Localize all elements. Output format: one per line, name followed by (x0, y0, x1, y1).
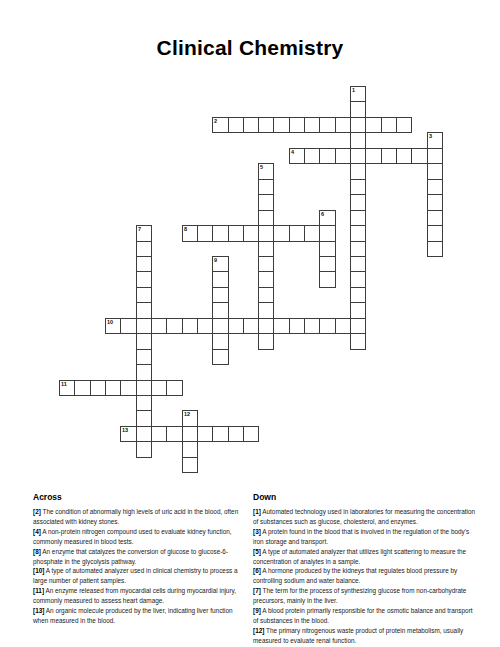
clue-number: [7] (253, 587, 261, 594)
grid-cell[interactable] (319, 271, 336, 288)
grid-cell[interactable] (319, 256, 336, 272)
cell-number: 3 (429, 133, 432, 139)
grid-cell[interactable] (381, 148, 397, 164)
grid-cell[interactable] (335, 117, 351, 133)
cell-number: 7 (138, 226, 141, 232)
grid-cell[interactable]: 9 (212, 256, 229, 272)
puzzle-title: Clinical Chemistry (0, 36, 500, 60)
grid-cell[interactable] (350, 132, 366, 149)
clue-item: [1] Automated technology used in laborat… (253, 507, 479, 527)
clue-item: [12] The primary nitrogenous waste produ… (253, 626, 479, 646)
grid-cell[interactable] (151, 426, 167, 442)
cell-number: 6 (321, 211, 324, 217)
grid-cell[interactable] (350, 163, 366, 180)
grid-cell[interactable] (212, 271, 229, 288)
clue-text: An enzyme released from myocardial cells… (33, 587, 236, 604)
grid-cell[interactable] (136, 426, 152, 442)
grid-cell[interactable] (136, 380, 152, 396)
grid-cell[interactable] (319, 148, 336, 164)
grid-cell[interactable] (136, 395, 152, 411)
grid-cell[interactable] (350, 302, 366, 319)
grid-cell[interactable]: 3 (427, 132, 443, 149)
clue-number: [5] (253, 548, 261, 555)
clue-item: [2] The condition of abnormally high lev… (33, 507, 249, 527)
grid-cell[interactable] (258, 318, 274, 334)
clue-item: [4] A non-protein nitrogen compound used… (33, 527, 249, 547)
grid-cell[interactable] (258, 287, 274, 303)
down-header: Down (253, 492, 479, 502)
grid-cell[interactable] (427, 225, 443, 242)
grid-cell[interactable]: 2 (212, 117, 229, 133)
grid-cell[interactable] (350, 194, 366, 211)
grid-cell[interactable] (304, 148, 320, 164)
grid-cell[interactable] (136, 302, 152, 319)
grid-cell[interactable] (182, 318, 198, 334)
grid-cell[interactable] (427, 241, 443, 257)
grid-cell[interactable]: 8 (182, 225, 198, 242)
grid-cell[interactable] (243, 225, 259, 242)
clue-item: [13] An organic molecule produced by the… (33, 606, 249, 626)
grid-cell[interactable] (74, 380, 91, 396)
grid-cell[interactable] (427, 148, 443, 164)
clue-text: The primary nitrogenous waste product of… (253, 627, 463, 644)
across-header: Across (33, 492, 249, 502)
clue-number: [4] (33, 528, 41, 535)
grid-cell[interactable] (258, 117, 274, 133)
grid-cell[interactable] (335, 318, 351, 334)
grid-cell[interactable] (212, 287, 229, 303)
grid-cell[interactable] (427, 163, 443, 180)
grid-cell[interactable] (396, 148, 412, 164)
clue-item: [5] A type of automated analyzer that ut… (253, 547, 479, 567)
grid-cell[interactable] (258, 179, 274, 195)
down-clue-list: [1] Automated technology used in laborat… (253, 507, 479, 646)
grid-cell[interactable] (427, 210, 443, 226)
clue-item: [9] A blood protein primarily responsibl… (253, 606, 479, 626)
grid-cell[interactable] (289, 117, 305, 133)
clue-item: [8] An enzyme that catalyzes the convers… (33, 547, 249, 567)
clue-text: A non-protein nitrogen compound used to … (33, 528, 232, 545)
grid-cell[interactable] (350, 225, 366, 242)
grid-cell[interactable] (228, 225, 244, 242)
cell-number: 5 (260, 164, 263, 170)
grid-cell[interactable] (120, 318, 137, 334)
cell-number: 12 (184, 411, 190, 417)
clue-number: [1] (253, 508, 261, 515)
grid-cell[interactable] (212, 349, 229, 365)
clue-item: [6] A hormone produced by the kidneys th… (253, 566, 479, 586)
grid-cell[interactable] (350, 287, 366, 303)
clue-number: [10] (33, 567, 44, 574)
clue-text: An organic molecule produced by the live… (33, 607, 233, 624)
clue-text: The condition of abnormally high levels … (33, 508, 238, 525)
grid-cell[interactable] (136, 271, 152, 288)
grid-cell[interactable] (289, 225, 305, 242)
grid-cell[interactable] (350, 179, 366, 195)
grid-cell[interactable] (273, 117, 290, 133)
grid-cell[interactable] (182, 457, 198, 473)
clue-text: A type of automated analyzer used in cli… (33, 567, 238, 584)
grid-cell[interactable] (258, 271, 274, 288)
grid-cell[interactable] (243, 318, 259, 334)
grid-cell[interactable] (136, 241, 152, 257)
grid-cell[interactable]: 5 (258, 163, 274, 180)
grid-cell[interactable] (335, 148, 351, 164)
grid-cell[interactable]: 1 (350, 86, 366, 102)
grid-cell[interactable] (258, 225, 274, 242)
grid-cell[interactable] (136, 441, 152, 458)
grid-cell[interactable] (258, 194, 274, 211)
grid-cell[interactable] (212, 426, 229, 442)
clue-item: [10] A type of automated analyzer used i… (33, 566, 249, 586)
cell-number: 13 (122, 427, 128, 433)
cell-number: 10 (107, 319, 113, 325)
grid-cell[interactable] (136, 349, 152, 365)
grid-cell[interactable] (151, 318, 167, 334)
grid-cell[interactable] (166, 318, 183, 334)
grid-cell[interactable]: 12 (182, 410, 198, 427)
grid-cell[interactable] (228, 318, 244, 334)
cell-number: 11 (61, 381, 67, 387)
cell-number: 8 (184, 226, 187, 232)
cell-number: 9 (214, 257, 217, 263)
down-clues-section: Down [1] Automated technology used in la… (253, 492, 479, 646)
grid-cell[interactable]: 6 (319, 210, 336, 226)
grid-cell[interactable] (151, 380, 167, 396)
grid-cell[interactable] (350, 271, 366, 288)
grid-cell[interactable] (365, 117, 382, 133)
grid-cell[interactable] (136, 333, 152, 350)
grid-cell[interactable] (136, 287, 152, 303)
across-clues-section: Across [2] The condition of abnormally h… (33, 492, 249, 626)
grid-cell[interactable] (273, 225, 290, 242)
cell-number: 1 (352, 87, 355, 93)
grid-cell[interactable] (243, 117, 259, 133)
grid-cell[interactable] (381, 117, 397, 133)
clue-number: [6] (253, 567, 261, 574)
grid-cell[interactable] (350, 148, 366, 164)
grid-cell[interactable] (120, 380, 137, 396)
clue-number: [12] (253, 627, 264, 634)
grid-cell[interactable] (182, 441, 198, 458)
grid-cell[interactable] (212, 302, 229, 319)
clue-number: [8] (33, 548, 41, 555)
grid-cell[interactable] (197, 225, 213, 242)
cell-number: 2 (214, 118, 217, 124)
clue-text: Automated technology used in laboratorie… (253, 508, 475, 525)
grid-cell[interactable] (319, 225, 336, 242)
grid-cell[interactable] (258, 333, 274, 350)
across-clue-list: [2] The condition of abnormally high lev… (33, 507, 249, 626)
grid-cell[interactable] (258, 210, 274, 226)
clue-number: [11] (33, 587, 44, 594)
grid-cell[interactable] (396, 117, 412, 133)
clue-number: [9] (253, 607, 261, 614)
grid-cell[interactable] (350, 241, 366, 257)
grid-cell[interactable] (228, 426, 244, 442)
grid-cell[interactable] (350, 101, 366, 118)
grid-cell[interactable] (350, 318, 366, 334)
grid-cell[interactable] (243, 426, 259, 442)
grid-cell[interactable] (350, 210, 366, 226)
grid-cell[interactable] (258, 302, 274, 319)
clue-number: [3] (253, 528, 261, 535)
grid-cell[interactable] (105, 380, 121, 396)
grid-cell[interactable] (228, 117, 244, 133)
grid-cell[interactable] (197, 426, 213, 442)
grid-cell[interactable] (212, 333, 229, 350)
grid-cell[interactable] (350, 333, 366, 350)
grid-cell[interactable] (258, 256, 274, 272)
grid-cell[interactable] (427, 194, 443, 211)
grid-cell[interactable] (166, 380, 183, 396)
grid-cell[interactable] (136, 364, 152, 381)
clue-number: [2] (33, 508, 41, 515)
grid-cell[interactable] (136, 318, 152, 334)
grid-cell[interactable]: 4 (289, 148, 305, 164)
grid-cell[interactable] (319, 117, 336, 133)
clue-text: The term for the process of synthesizing… (253, 587, 466, 604)
crossword-page: Clinical Chemistry 12345678910111213 Acr… (0, 0, 500, 647)
grid-cell[interactable] (90, 380, 106, 396)
clue-item: [11] An enzyme released from myocardial … (33, 586, 249, 606)
grid-cell[interactable]: 10 (105, 318, 121, 334)
grid-cell[interactable] (182, 426, 198, 442)
clue-text: A protein found in the blood that is inv… (253, 528, 469, 545)
clue-item: [3] A protein found in the blood that is… (253, 527, 479, 547)
clue-text: A type of automated analyzer that utiliz… (253, 548, 466, 565)
grid-cell[interactable] (166, 426, 183, 442)
grid-cell[interactable] (411, 148, 428, 164)
grid-cell[interactable] (350, 256, 366, 272)
clue-item: [7] The term for the process of synthesi… (253, 586, 479, 606)
grid-cell[interactable] (304, 225, 320, 242)
grid-cell[interactable] (136, 256, 152, 272)
clue-text: An enzyme that catalyzes the conversion … (33, 548, 228, 565)
grid-cell[interactable] (365, 148, 382, 164)
grid-cell[interactable] (304, 318, 320, 334)
grid-cell[interactable] (289, 318, 305, 334)
grid-cell[interactable]: 11 (59, 380, 75, 396)
clue-number: [13] (33, 607, 44, 614)
grid-cell[interactable] (304, 117, 320, 133)
grid-cell[interactable] (273, 318, 290, 334)
grid-cell[interactable] (136, 410, 152, 427)
grid-cell[interactable] (212, 318, 229, 334)
grid-cell[interactable] (319, 318, 336, 334)
grid-cell[interactable] (427, 179, 443, 195)
clue-text: A blood protein primarily responsible fo… (253, 607, 473, 624)
clue-text: A hormone produced by the kidneys that r… (253, 567, 457, 584)
grid-cell[interactable] (212, 225, 229, 242)
cell-number: 4 (291, 149, 294, 155)
grid-cell[interactable]: 7 (136, 225, 152, 242)
grid-cell[interactable]: 13 (120, 426, 137, 442)
grid-cell[interactable] (319, 241, 336, 257)
grid-cell[interactable] (197, 318, 213, 334)
grid-cell[interactable] (350, 117, 366, 133)
grid-cell[interactable] (258, 241, 274, 257)
